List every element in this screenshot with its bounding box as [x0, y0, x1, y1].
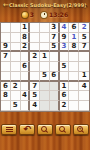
cell-r3c3[interactable]: 2 — [21, 43, 31, 53]
cell-r6c1[interactable] — [1, 72, 11, 82]
cell-r1c1[interactable] — [1, 23, 11, 33]
cell-r8c7[interactable]: 6 — [60, 91, 70, 101]
cell-r8c8[interactable] — [69, 91, 79, 101]
magnifier-icon — [41, 126, 47, 132]
cell-r9c1[interactable] — [1, 101, 11, 111]
grid-lines-icon — [6, 127, 13, 132]
hints-badge: 3 — [22, 11, 34, 19]
undo-button[interactable]: ↶ — [19, 124, 35, 135]
cell-r5c1[interactable] — [1, 62, 11, 72]
cell-r7c4[interactable]: 7 — [30, 82, 40, 92]
cell-r3c8[interactable]: 8 — [69, 43, 79, 53]
cell-r9c8[interactable] — [69, 101, 79, 111]
status-row: 3 13:26 — [0, 11, 90, 19]
cell-r6c4[interactable] — [30, 72, 40, 82]
cell-r3c9[interactable]: 7 — [79, 43, 89, 53]
cell-r1c6[interactable]: 3 — [50, 23, 60, 33]
cell-r9c6[interactable] — [50, 101, 60, 111]
cell-r1c9[interactable]: 2 — [79, 23, 89, 33]
cell-r4c1[interactable]: 7 — [1, 52, 11, 62]
cell-r9c4[interactable]: 4 — [30, 101, 40, 111]
cell-r7c5[interactable] — [40, 82, 50, 92]
cell-r1c4[interactable] — [30, 23, 40, 33]
title-bar: ← Classic Sudoku-Easy(2/999) — [0, 1, 90, 10]
cell-r8c4[interactable]: 5 — [30, 91, 40, 101]
cell-r9c3[interactable] — [21, 101, 31, 111]
magnifier-icon — [59, 126, 65, 132]
cell-r8c9[interactable] — [79, 91, 89, 101]
zoom-button[interactable] — [55, 124, 71, 135]
cell-r9c5[interactable] — [40, 101, 50, 111]
cell-r3c1[interactable]: 9 — [1, 43, 11, 53]
cell-r4c8[interactable] — [69, 52, 79, 62]
cell-r3c2[interactable] — [11, 43, 21, 53]
page-title: Classic Sudoku-Easy(2/999) — [9, 1, 87, 10]
cell-r6c8[interactable] — [69, 72, 79, 82]
cell-r3c4[interactable] — [30, 43, 40, 53]
cell-r3c6[interactable]: 5 — [50, 43, 60, 53]
cell-r9c2[interactable]: 5 — [11, 101, 21, 111]
cell-r1c5[interactable] — [40, 23, 50, 33]
hint-coin-icon — [22, 12, 28, 18]
cell-r8c5[interactable] — [40, 91, 50, 101]
cell-r6c2[interactable] — [11, 72, 21, 82]
cell-r1c8[interactable]: 6 — [69, 23, 79, 33]
cell-r9c7[interactable]: 2 — [60, 101, 70, 111]
cell-r8c6[interactable] — [50, 91, 60, 101]
cell-r6c7[interactable] — [60, 72, 70, 82]
cell-r2c4[interactable] — [30, 33, 40, 43]
zoom-in-button[interactable] — [73, 124, 89, 135]
cell-r9c9[interactable] — [79, 101, 89, 111]
cell-r3c7[interactable]: 3 — [60, 43, 70, 53]
cell-r5c7[interactable]: 5 — [60, 62, 70, 72]
cell-r4c5[interactable]: 1 — [40, 52, 50, 62]
cell-r2c2[interactable] — [11, 33, 21, 43]
cell-r4c9[interactable] — [79, 52, 89, 62]
cell-r6c3[interactable] — [21, 72, 31, 82]
cell-r6c6[interactable]: 6 — [50, 72, 60, 82]
cell-r4c3[interactable] — [21, 52, 31, 62]
cell-r7c1[interactable]: 6 — [1, 82, 11, 92]
cell-r2c5[interactable] — [40, 33, 50, 43]
cell-r6c5[interactable]: 5 — [40, 72, 50, 82]
timer-badge: 13:26 — [41, 11, 68, 19]
cell-r8c1[interactable]: 8 — [1, 91, 11, 101]
cell-r7c7[interactable]: 1 — [60, 82, 70, 92]
cell-r1c3[interactable]: 1 — [21, 23, 31, 33]
cell-r5c2[interactable] — [11, 62, 21, 72]
cell-r7c3[interactable] — [21, 82, 31, 92]
sudoku-board: 134628791592538772165561627148456542 — [0, 22, 90, 112]
cell-r5c8[interactable] — [69, 62, 79, 72]
cell-r4c2[interactable] — [11, 52, 21, 62]
undo-arrow-icon: ↶ — [23, 125, 31, 134]
cell-r5c4[interactable] — [30, 62, 40, 72]
bottom-toolbar: ↶ — [0, 124, 90, 136]
cell-r1c2[interactable] — [11, 23, 21, 33]
cell-r5c3[interactable]: 6 — [21, 62, 31, 72]
number-pad-button[interactable] — [1, 124, 17, 135]
cell-r1c7[interactable]: 4 — [60, 23, 70, 33]
cell-r7c2[interactable]: 2 — [11, 82, 21, 92]
magnifier-plus-icon — [77, 126, 83, 132]
pencil-icon[interactable] — [86, 5, 88, 7]
cell-r7c9[interactable]: 4 — [79, 82, 89, 92]
cell-r4c4[interactable]: 2 — [30, 52, 40, 62]
sudoku-app: ← Classic Sudoku-Easy(2/999) 3 13:26 134… — [0, 0, 90, 150]
cell-r6c9[interactable]: 1 — [79, 72, 89, 82]
cell-r4c7[interactable] — [60, 52, 70, 62]
cell-r4c6[interactable] — [50, 52, 60, 62]
timer-value: 13:26 — [49, 11, 68, 19]
cell-r7c6[interactable] — [50, 82, 60, 92]
clock-icon — [41, 12, 47, 18]
search-button[interactable] — [37, 124, 53, 135]
hints-count: 3 — [30, 11, 34, 19]
cell-r8c2[interactable] — [11, 91, 21, 101]
cell-r3c5[interactable] — [40, 43, 50, 53]
cell-r7c8[interactable] — [69, 82, 79, 92]
cell-r8c3[interactable]: 4 — [21, 91, 31, 101]
